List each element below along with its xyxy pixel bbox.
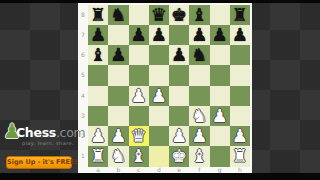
- square-d2: [149, 126, 169, 146]
- square-g7: ♟: [210, 25, 230, 45]
- square-f5: [189, 65, 209, 85]
- square-c1: ♝: [129, 146, 149, 166]
- rank-label-7: 7: [78, 25, 88, 45]
- bottom-letterbox-bar: [0, 173, 320, 180]
- square-d8: ♛: [149, 5, 169, 25]
- logo-tagline: play. learn. share.: [22, 140, 74, 146]
- logo-com-text: .com: [56, 125, 85, 140]
- rank-labels: 87654321: [78, 5, 88, 167]
- file-label-a: a: [88, 166, 108, 173]
- black-pawn: ♟: [230, 25, 250, 45]
- square-a1: ♜: [88, 146, 108, 166]
- rank-label-1: 1: [78, 146, 88, 166]
- white-pawn: ♟: [108, 126, 128, 146]
- square-e1: ♚: [169, 146, 189, 166]
- square-b5: [108, 65, 128, 85]
- square-c7: ♟: [129, 25, 149, 45]
- square-f2: ♟: [189, 126, 209, 146]
- black-pawn: ♟: [169, 45, 189, 65]
- square-g8: [210, 5, 230, 25]
- black-pawn: ♟: [108, 45, 128, 65]
- white-rook: ♜: [88, 146, 108, 166]
- square-e6: ♟: [169, 45, 189, 65]
- square-a2: ♟: [88, 126, 108, 146]
- square-g2: [210, 126, 230, 146]
- black-rook: ♜: [88, 5, 108, 25]
- black-pawn: ♟: [149, 25, 169, 45]
- white-queen: ♛: [129, 126, 149, 146]
- rank-label-5: 5: [78, 65, 88, 85]
- chess-board: ♜♞♛♚♝♜♟♟♟♟♟♟♝♟♟♞♟♟♞♟♟♟♛♟♟♟♜♞♝♚♝♜: [88, 5, 250, 167]
- square-e5: [169, 65, 189, 85]
- square-d7: ♟: [149, 25, 169, 45]
- square-f3: ♞: [189, 106, 209, 126]
- square-a3: [88, 106, 108, 126]
- square-d3: [149, 106, 169, 126]
- black-knight: ♞: [189, 45, 209, 65]
- square-c3: [129, 106, 149, 126]
- white-pawn: ♟: [149, 86, 169, 106]
- square-a4: [88, 86, 108, 106]
- square-a6: ♝: [88, 45, 108, 65]
- square-h2: ♟: [230, 126, 250, 146]
- black-knight: ♞: [108, 5, 128, 25]
- white-pawn: ♟: [88, 126, 108, 146]
- square-a8: ♜: [88, 5, 108, 25]
- square-h8: ♜: [230, 5, 250, 25]
- white-pawn: ♟: [210, 106, 230, 126]
- black-pawn: ♟: [88, 25, 108, 45]
- square-b4: [108, 86, 128, 106]
- square-g6: [210, 45, 230, 65]
- square-a7: ♟: [88, 25, 108, 45]
- file-labels: abcdefgh: [88, 166, 250, 173]
- square-b7: [108, 25, 128, 45]
- file-label-h: h: [230, 166, 250, 173]
- square-b6: ♟: [108, 45, 128, 65]
- white-rook: ♜: [230, 146, 250, 166]
- file-label-f: f: [189, 166, 209, 173]
- square-e4: [169, 86, 189, 106]
- white-knight: ♞: [108, 146, 128, 166]
- white-bishop: ♝: [129, 146, 149, 166]
- black-king: ♚: [169, 5, 189, 25]
- square-e3: [169, 106, 189, 126]
- square-h5: [230, 65, 250, 85]
- rank-label-8: 8: [78, 5, 88, 25]
- branding-area: ♟ Chess.com play. learn. share. Sign Up …: [0, 118, 78, 173]
- square-f1: ♝: [189, 146, 209, 166]
- square-h3: [230, 106, 250, 126]
- square-b1: ♞: [108, 146, 128, 166]
- white-pawn: ♟: [129, 86, 149, 106]
- file-label-b: b: [108, 166, 128, 173]
- square-h7: ♟: [230, 25, 250, 45]
- black-pawn: ♟: [129, 25, 149, 45]
- white-pawn: ♟: [230, 126, 250, 146]
- black-pawn: ♟: [210, 25, 230, 45]
- square-f7: ♟: [189, 25, 209, 45]
- signup-button[interactable]: Sign Up - it's FREE!: [6, 156, 72, 169]
- black-queen: ♛: [149, 5, 169, 25]
- square-f4: [189, 86, 209, 106]
- rank-label-6: 6: [78, 45, 88, 65]
- file-label-d: d: [149, 166, 169, 173]
- square-b8: ♞: [108, 5, 128, 25]
- white-pawn: ♟: [169, 126, 189, 146]
- square-e7: [169, 25, 189, 45]
- square-h1: ♜: [230, 146, 250, 166]
- black-bishop: ♝: [88, 45, 108, 65]
- white-king: ♚: [169, 146, 189, 166]
- square-g4: [210, 86, 230, 106]
- square-f6: ♞: [189, 45, 209, 65]
- square-c4: ♟: [129, 86, 149, 106]
- chesscom-logo: Chess.com: [16, 125, 85, 140]
- square-g3: ♟: [210, 106, 230, 126]
- rank-label-4: 4: [78, 86, 88, 106]
- square-b2: ♟: [108, 126, 128, 146]
- square-d1: [149, 146, 169, 166]
- square-g1: [210, 146, 230, 166]
- square-c8: [129, 5, 149, 25]
- black-pawn: ♟: [189, 25, 209, 45]
- white-knight: ♞: [189, 106, 209, 126]
- white-pawn: ♟: [189, 126, 209, 146]
- white-bishop: ♝: [189, 146, 209, 166]
- square-c2: ♛: [129, 126, 149, 146]
- square-h6: [230, 45, 250, 65]
- square-e2: ♟: [169, 126, 189, 146]
- square-d6: [149, 45, 169, 65]
- square-a5: [88, 65, 108, 85]
- square-f8: ♝: [189, 5, 209, 25]
- board-panel: 87654321 ♜♞♛♚♝♜♟♟♟♟♟♟♝♟♟♞♟♟♞♟♟♟♛♟♟♟♜♞♝♚♝…: [78, 3, 252, 173]
- black-rook: ♜: [230, 5, 250, 25]
- square-e8: ♚: [169, 5, 189, 25]
- square-d5: [149, 65, 169, 85]
- file-label-g: g: [210, 166, 230, 173]
- square-g5: [210, 65, 230, 85]
- file-label-e: e: [169, 166, 189, 173]
- square-c5: [129, 65, 149, 85]
- rank-label-3: 3: [78, 106, 88, 126]
- square-c6: [129, 45, 149, 65]
- logo-chess-text: Chess: [16, 125, 56, 140]
- square-b3: [108, 106, 128, 126]
- video-frame: 87654321 ♜♞♛♚♝♜♟♟♟♟♟♟♝♟♟♞♟♟♞♟♟♟♛♟♟♟♜♞♝♚♝…: [0, 0, 320, 180]
- black-bishop: ♝: [189, 5, 209, 25]
- file-label-c: c: [129, 166, 149, 173]
- square-d4: ♟: [149, 86, 169, 106]
- square-h4: [230, 86, 250, 106]
